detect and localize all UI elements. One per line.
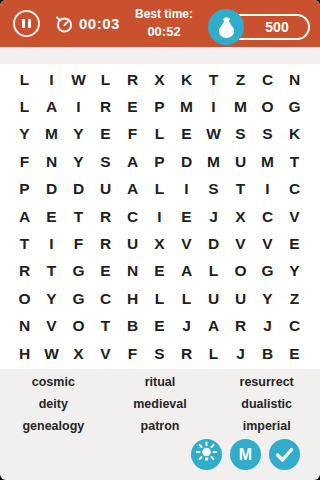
grid-cell[interactable]: U: [227, 148, 254, 175]
grid-cell[interactable]: E: [281, 230, 308, 257]
best-time-value: 00:52: [128, 23, 200, 40]
checkmark-icon: [269, 439, 300, 470]
grid-cell[interactable]: I: [38, 66, 65, 93]
grid-cell[interactable]: V: [227, 230, 254, 257]
grid-cell[interactable]: N: [38, 148, 65, 175]
grid-cell[interactable]: P: [146, 93, 173, 120]
grid-cell[interactable]: E: [38, 203, 65, 230]
grid-cell[interactable]: M: [227, 93, 254, 120]
grid-cell[interactable]: L: [11, 66, 38, 93]
grid-cell[interactable]: E: [146, 313, 173, 340]
grid-cell[interactable]: W: [200, 121, 227, 148]
grid-cell[interactable]: A: [119, 148, 146, 175]
word-list-item: deity: [0, 397, 107, 411]
grid-cell[interactable]: B: [119, 313, 146, 340]
grid-cell[interactable]: L: [173, 285, 200, 312]
lightbulb-icon: [191, 439, 222, 470]
grid-cell[interactable]: C: [254, 66, 281, 93]
grid-cell[interactable]: O: [11, 285, 38, 312]
grid-cell[interactable]: D: [173, 148, 200, 175]
grid-cell[interactable]: R: [173, 340, 200, 367]
elapsed-timer: 00:03: [54, 0, 120, 47]
grid-cell[interactable]: Z: [227, 66, 254, 93]
coin-count: 500: [245, 19, 288, 35]
grid-cell[interactable]: L: [146, 285, 173, 312]
grid-cell[interactable]: L: [200, 258, 227, 285]
grid-cell[interactable]: J: [227, 340, 254, 367]
m-button[interactable]: M: [230, 439, 261, 470]
word-list-item: cosmic: [0, 375, 107, 389]
grid-cell[interactable]: Y: [65, 121, 92, 148]
grid-cell[interactable]: I: [254, 176, 281, 203]
grid-cell[interactable]: R: [227, 313, 254, 340]
grid-cell[interactable]: M: [200, 148, 227, 175]
grid-cell[interactable]: E: [119, 93, 146, 120]
money-bag-icon: [209, 10, 244, 45]
grid-cell[interactable]: V: [92, 340, 119, 367]
grid-cell[interactable]: K: [173, 66, 200, 93]
grid-cell[interactable]: E: [173, 203, 200, 230]
grid-cell[interactable]: T: [227, 176, 254, 203]
grid-cell[interactable]: U: [200, 285, 227, 312]
grid-cell[interactable]: B: [254, 340, 281, 367]
grid-cell[interactable]: J: [200, 203, 227, 230]
grid-cell[interactable]: F: [11, 148, 38, 175]
word-list-item: patron: [107, 419, 214, 433]
grid-cell[interactable]: Z: [281, 285, 308, 312]
grid-cell[interactable]: T: [11, 230, 38, 257]
grid-cell[interactable]: A: [11, 203, 38, 230]
grid-cell[interactable]: E: [146, 258, 173, 285]
grid-cell[interactable]: S: [200, 176, 227, 203]
grid-cell[interactable]: Y: [11, 121, 38, 148]
grid-cell[interactable]: V: [173, 230, 200, 257]
grid-cell[interactable]: E: [173, 121, 200, 148]
grid-cell[interactable]: A: [119, 176, 146, 203]
grid-cell[interactable]: I: [200, 93, 227, 120]
grid-cell[interactable]: R: [11, 258, 38, 285]
grid-cell[interactable]: F: [65, 230, 92, 257]
grid-cell[interactable]: T: [281, 148, 308, 175]
grid-cell[interactable]: R: [119, 66, 146, 93]
word-list-item: dualistic: [213, 397, 320, 411]
grid-cell[interactable]: V: [38, 313, 65, 340]
stopwatch-icon: [54, 14, 74, 34]
grid-cell[interactable]: D: [65, 176, 92, 203]
letter-grid: LIWLRXKTZCNLAIREPMIMOGYMYEFLEWSSKFNYSAPD…: [11, 66, 308, 367]
coin-badge[interactable]: [208, 9, 244, 45]
top-bar: 00:03 Best time: 00:52 500: [0, 0, 320, 47]
grid-cell[interactable]: I: [146, 203, 173, 230]
grid-cell[interactable]: H: [119, 285, 146, 312]
grid-cell[interactable]: G: [65, 258, 92, 285]
word-list-item: medieval: [107, 397, 214, 411]
grid-cell[interactable]: L: [92, 66, 119, 93]
elapsed-time: 00:03: [79, 15, 120, 32]
grid-cell[interactable]: J: [173, 313, 200, 340]
grid-cell[interactable]: X: [227, 203, 254, 230]
grid-cell[interactable]: F: [119, 121, 146, 148]
grid-cell[interactable]: A: [173, 258, 200, 285]
grid-cell[interactable]: E: [281, 340, 308, 367]
grid-cell[interactable]: O: [227, 258, 254, 285]
app-screen: 00:03 Best time: 00:52 500 LIWLRXKTZCNLA…: [0, 0, 320, 480]
grid-cell[interactable]: O: [254, 93, 281, 120]
grid-cell[interactable]: R: [92, 230, 119, 257]
grid-cell[interactable]: M: [38, 121, 65, 148]
word-list-item: imperial: [213, 419, 320, 433]
grid-cell[interactable]: L: [146, 176, 173, 203]
pause-button[interactable]: [13, 10, 40, 37]
grid-cell[interactable]: P: [11, 176, 38, 203]
grid-cell[interactable]: W: [65, 66, 92, 93]
grid-cell[interactable]: Y: [38, 285, 65, 312]
grid-cell[interactable]: S: [92, 148, 119, 175]
grid-cell[interactable]: G: [281, 93, 308, 120]
word-list: cosmicritualresurrectdeitymedievaldualis…: [0, 371, 320, 437]
grid-cell[interactable]: T: [65, 203, 92, 230]
grid-cell[interactable]: M: [254, 148, 281, 175]
grid-cell[interactable]: T: [92, 313, 119, 340]
m-button-label: M: [239, 446, 252, 464]
grid-cell[interactable]: Y: [281, 258, 308, 285]
grid-cell[interactable]: R: [92, 203, 119, 230]
grid-cell[interactable]: G: [65, 285, 92, 312]
grid-cell[interactable]: A: [38, 93, 65, 120]
grid-cell[interactable]: Y: [254, 285, 281, 312]
grid-cell[interactable]: U: [92, 176, 119, 203]
grid-cell[interactable]: O: [65, 313, 92, 340]
grid-cell[interactable]: H: [11, 340, 38, 367]
grid-cell[interactable]: N: [119, 258, 146, 285]
grid-cell[interactable]: S: [227, 121, 254, 148]
grid-cell[interactable]: U: [227, 285, 254, 312]
grid-cell[interactable]: U: [119, 230, 146, 257]
best-time: Best time: 00:52: [128, 6, 200, 40]
grid-cell[interactable]: D: [200, 230, 227, 257]
grid-cell[interactable]: D: [38, 176, 65, 203]
best-time-label: Best time:: [128, 6, 200, 23]
grid-cell[interactable]: C: [281, 176, 308, 203]
grid-cell[interactable]: J: [254, 313, 281, 340]
grid-cell[interactable]: V: [281, 203, 308, 230]
grid-cell[interactable]: L: [11, 93, 38, 120]
grid-cell[interactable]: K: [281, 121, 308, 148]
grid-cell[interactable]: G: [254, 258, 281, 285]
word-list-item: genealogy: [0, 419, 107, 433]
grid-cell[interactable]: C: [92, 285, 119, 312]
grid-cell[interactable]: T: [38, 258, 65, 285]
grid-cell[interactable]: Y: [65, 148, 92, 175]
grid-cell[interactable]: R: [92, 93, 119, 120]
grid-cell[interactable]: I: [65, 93, 92, 120]
grid-cell[interactable]: T: [200, 66, 227, 93]
grid-cell[interactable]: N: [11, 313, 38, 340]
grid-cell[interactable]: I: [38, 230, 65, 257]
grid-cell[interactable]: P: [146, 148, 173, 175]
grid-cell[interactable]: X: [146, 230, 173, 257]
confirm-button[interactable]: [269, 439, 300, 470]
grid-cell[interactable]: I: [173, 176, 200, 203]
grid-cell[interactable]: S: [146, 340, 173, 367]
hint-button[interactable]: [191, 439, 222, 470]
grid-cell[interactable]: A: [200, 313, 227, 340]
grid-cell[interactable]: L: [200, 340, 227, 367]
grid-cell[interactable]: W: [38, 340, 65, 367]
grid-cell[interactable]: F: [119, 340, 146, 367]
grid-cell[interactable]: C: [254, 203, 281, 230]
word-list-item: resurrect: [213, 375, 320, 389]
grid-cell[interactable]: C: [281, 313, 308, 340]
grid-cell[interactable]: L: [146, 121, 173, 148]
grid-cell[interactable]: X: [65, 340, 92, 367]
grid-cell[interactable]: E: [92, 258, 119, 285]
grid-cell[interactable]: N: [281, 66, 308, 93]
grid-cell[interactable]: V: [254, 230, 281, 257]
grid-cell[interactable]: E: [92, 121, 119, 148]
grid-cell[interactable]: M: [173, 93, 200, 120]
grid-cell[interactable]: X: [146, 66, 173, 93]
grid-cell[interactable]: S: [254, 121, 281, 148]
pause-icon: [22, 19, 25, 28]
grid-cell[interactable]: C: [119, 203, 146, 230]
word-list-item: ritual: [107, 375, 214, 389]
